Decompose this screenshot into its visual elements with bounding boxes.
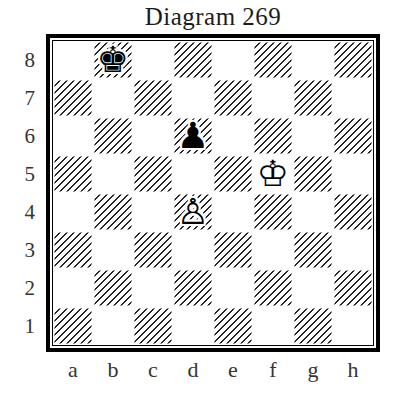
square-e7 [213, 79, 253, 117]
rank-label-7: 7 [0, 79, 46, 117]
square-g8 [293, 41, 333, 79]
square-c8 [133, 41, 173, 79]
rank-labels: 87654321 [0, 34, 46, 345]
square-b4 [93, 193, 133, 231]
square-d2 [173, 269, 213, 307]
square-h6 [333, 117, 373, 155]
square-c3 [133, 231, 173, 269]
square-b3 [93, 231, 133, 269]
square-d6: ♟ [173, 117, 213, 155]
square-b7 [93, 79, 133, 117]
square-f1 [253, 307, 293, 345]
file-labels: abcdefgh [53, 352, 373, 383]
chess-diagram: Diagram 269 87654321 ♚♟♔♙ abcdefgh [0, 0, 400, 383]
square-e2 [213, 269, 253, 307]
file-label-g: g [293, 357, 333, 383]
square-h3 [333, 231, 373, 269]
square-a8 [53, 41, 93, 79]
square-a7 [53, 79, 93, 117]
white-pawn-piece: ♙ [177, 193, 209, 231]
square-h4 [333, 193, 373, 231]
square-a5 [53, 155, 93, 193]
square-b8: ♚ [93, 41, 133, 79]
square-c1 [133, 307, 173, 345]
square-g4 [293, 193, 333, 231]
square-h1 [333, 307, 373, 345]
white-king-piece: ♔ [257, 155, 289, 193]
file-label-a: a [53, 357, 93, 383]
square-d3 [173, 231, 213, 269]
square-g7 [293, 79, 333, 117]
square-a6 [53, 117, 93, 155]
square-h7 [333, 79, 373, 117]
square-d4: ♙ [173, 193, 213, 231]
square-f3 [253, 231, 293, 269]
file-label-e: e [213, 357, 253, 383]
rank-label-2: 2 [0, 269, 46, 307]
file-label-d: d [173, 357, 213, 383]
square-g6 [293, 117, 333, 155]
square-b2 [93, 269, 133, 307]
square-f4 [253, 193, 293, 231]
square-a4 [53, 193, 93, 231]
square-b6 [93, 117, 133, 155]
diagram-title: Diagram 269 [46, 3, 380, 34]
square-d1 [173, 307, 213, 345]
board-grid: ♚♟♔♙ [52, 40, 374, 346]
rank-label-3: 3 [0, 231, 46, 269]
square-f6 [253, 117, 293, 155]
square-c5 [133, 155, 173, 193]
file-label-b: b [93, 357, 133, 383]
square-g2 [293, 269, 333, 307]
file-label-c: c [133, 357, 173, 383]
square-d7 [173, 79, 213, 117]
square-e8 [213, 41, 253, 79]
square-f8 [253, 41, 293, 79]
square-f5: ♔ [253, 155, 293, 193]
file-labels-spacer [0, 352, 53, 383]
square-g1 [293, 307, 333, 345]
square-h5 [333, 155, 373, 193]
square-e3 [213, 231, 253, 269]
square-b5 [93, 155, 133, 193]
square-c7 [133, 79, 173, 117]
square-a2 [53, 269, 93, 307]
square-b1 [93, 307, 133, 345]
square-f2 [253, 269, 293, 307]
square-c4 [133, 193, 173, 231]
rank-label-1: 1 [0, 307, 46, 345]
square-e5 [213, 155, 253, 193]
black-king-piece: ♚ [97, 41, 129, 79]
square-c2 [133, 269, 173, 307]
square-a3 [53, 231, 93, 269]
black-pawn-piece: ♟ [177, 117, 209, 155]
rank-label-4: 4 [0, 193, 46, 231]
square-d5 [173, 155, 213, 193]
square-h8 [333, 41, 373, 79]
square-g5 [293, 155, 333, 193]
file-label-f: f [253, 357, 293, 383]
square-e4 [213, 193, 253, 231]
rank-label-6: 6 [0, 117, 46, 155]
file-label-h: h [333, 357, 373, 383]
square-d8 [173, 41, 213, 79]
square-a1 [53, 307, 93, 345]
square-e6 [213, 117, 253, 155]
chess-board: ♚♟♔♙ [46, 34, 380, 352]
square-f7 [253, 79, 293, 117]
square-g3 [293, 231, 333, 269]
rank-label-8: 8 [0, 41, 46, 79]
rank-label-5: 5 [0, 155, 46, 193]
square-c6 [133, 117, 173, 155]
square-e1 [213, 307, 253, 345]
square-h2 [333, 269, 373, 307]
